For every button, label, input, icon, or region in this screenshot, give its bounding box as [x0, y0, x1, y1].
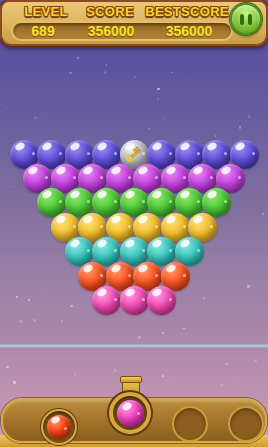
speckle	[162, 332, 163, 333]
speckle	[104, 71, 107, 74]
speckle	[28, 299, 30, 301]
speckle	[248, 115, 250, 117]
speckle	[223, 338, 224, 339]
speckle	[162, 375, 164, 377]
speckle	[239, 126, 241, 128]
score-label: SCORE	[86, 4, 134, 19]
speckle	[262, 213, 264, 215]
speckle	[41, 294, 42, 295]
speckle	[10, 186, 11, 187]
key-icon	[124, 144, 145, 165]
speckle	[106, 64, 108, 66]
speckle	[34, 117, 36, 119]
speckle	[70, 305, 73, 308]
next-bubble-slot[interactable]	[41, 409, 77, 445]
empty-slot	[172, 406, 208, 442]
speckle	[134, 76, 136, 78]
speckle	[203, 297, 205, 299]
speckle	[237, 377, 238, 378]
speckle	[6, 366, 8, 368]
bestscore-label: BESTSCORE	[145, 4, 229, 19]
speckle	[12, 365, 14, 367]
score-value: 356000	[88, 23, 135, 39]
speckle	[69, 72, 71, 74]
speckle	[164, 118, 165, 119]
speckle	[77, 57, 80, 60]
speckle	[138, 336, 141, 339]
current-bubble[interactable]	[117, 400, 144, 427]
speckle	[33, 319, 36, 322]
hud-panel: LEVEL SCORE BESTSCORE 689 356000 356000	[0, 0, 268, 46]
speckle	[247, 285, 250, 288]
speckle	[61, 320, 63, 322]
hud-value-bar: 689 356000 356000	[11, 21, 233, 41]
speckle	[148, 128, 150, 130]
pause-icon	[240, 14, 252, 25]
level-label: LEVEL	[24, 4, 67, 19]
level-value: 689	[31, 23, 54, 39]
speckle	[197, 315, 198, 316]
bubble-pink	[120, 286, 149, 315]
speckle	[215, 135, 216, 136]
next-bubble	[47, 415, 71, 439]
deadline-line	[0, 344, 268, 348]
speckle	[43, 115, 44, 116]
game-screen: LEVEL SCORE BESTSCORE 689 356000 356000	[0, 0, 268, 447]
speckle	[220, 384, 223, 387]
speckle	[74, 374, 76, 376]
speckle	[183, 328, 185, 330]
shooter[interactable]	[109, 392, 151, 434]
pause-button[interactable]	[230, 3, 262, 35]
speckle	[16, 296, 18, 298]
speckle	[114, 369, 116, 371]
empty-slot	[228, 406, 264, 442]
speckle	[169, 378, 170, 379]
speckle	[48, 224, 49, 225]
speckle	[254, 360, 256, 362]
speckle	[19, 320, 22, 323]
speckle	[13, 381, 16, 384]
bestscore-value: 356000	[166, 23, 213, 39]
speckle	[157, 88, 160, 91]
bubble-pink	[147, 286, 176, 315]
speckle	[7, 107, 8, 108]
speckle	[157, 98, 159, 100]
bubble-pink	[92, 286, 121, 315]
speckle	[171, 72, 173, 74]
speckle	[186, 79, 187, 80]
speckle	[225, 363, 227, 365]
